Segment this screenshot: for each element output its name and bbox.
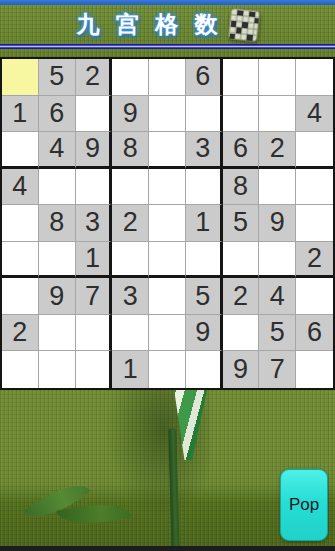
sudoku-cell-r7c5[interactable]: [149, 278, 186, 315]
sudoku-cell-r4c1[interactable]: 4: [2, 169, 39, 206]
sudoku-cell-r2c2[interactable]: 6: [39, 96, 76, 133]
title-bar: 九 宫 格 数: [0, 0, 335, 57]
sudoku-cell-r5c1[interactable]: [2, 205, 39, 242]
sudoku-cell-r1c2[interactable]: 5: [39, 59, 76, 96]
sudoku-cell-r9c1[interactable]: [2, 351, 39, 388]
sudoku-cell-r1c5[interactable]: [149, 59, 186, 96]
sudoku-cell-r4c3[interactable]: [76, 169, 113, 206]
sudoku-cell-r3c5[interactable]: [149, 132, 186, 169]
sudoku-cell-r2c9[interactable]: 4: [296, 96, 333, 133]
app-title: 九 宫 格 数: [76, 9, 222, 40]
sudoku-board: 526169449836248832159129735242956197: [0, 57, 335, 390]
sudoku-cell-r9c2[interactable]: [39, 351, 76, 388]
sudoku-cell-r6c3[interactable]: 1: [76, 242, 113, 279]
sudoku-cell-r9c5[interactable]: [149, 351, 186, 388]
sudoku-cell-r3c4[interactable]: 8: [112, 132, 149, 169]
sudoku-cell-r3c3[interactable]: 9: [76, 132, 113, 169]
sudoku-cell-r5c7[interactable]: 5: [223, 205, 260, 242]
sudoku-cell-r7c8[interactable]: 4: [259, 278, 296, 315]
sudoku-cell-r9c6[interactable]: [186, 351, 223, 388]
sudoku-cell-r6c8[interactable]: [259, 242, 296, 279]
sudoku-cell-r6c5[interactable]: [149, 242, 186, 279]
sudoku-cell-r8c7[interactable]: [223, 315, 260, 352]
sudoku-cell-r1c6[interactable]: 6: [186, 59, 223, 96]
sudoku-app-icon: [227, 7, 260, 42]
sudoku-cell-r3c8[interactable]: 2: [259, 132, 296, 169]
sudoku-cell-r7c2[interactable]: 9: [39, 278, 76, 315]
sudoku-cell-r2c8[interactable]: [259, 96, 296, 133]
sudoku-cell-r8c5[interactable]: [149, 315, 186, 352]
sudoku-cell-r9c4[interactable]: 1: [112, 351, 149, 388]
sudoku-cell-r8c2[interactable]: [39, 315, 76, 352]
sudoku-cell-r3c1[interactable]: [2, 132, 39, 169]
sudoku-cell-r7c9[interactable]: [296, 278, 333, 315]
sudoku-cell-r2c3[interactable]: [76, 96, 113, 133]
sudoku-cell-r8c9[interactable]: 6: [296, 315, 333, 352]
sudoku-cell-r8c8[interactable]: 5: [259, 315, 296, 352]
sudoku-cell-r1c8[interactable]: [259, 59, 296, 96]
sudoku-cell-r8c3[interactable]: [76, 315, 113, 352]
sudoku-cell-r2c6[interactable]: [186, 96, 223, 133]
sudoku-cell-r8c4[interactable]: [112, 315, 149, 352]
sudoku-cell-r8c1[interactable]: 2: [2, 315, 39, 352]
sudoku-cell-r7c6[interactable]: 5: [186, 278, 223, 315]
sudoku-cell-r5c6[interactable]: 1: [186, 205, 223, 242]
sudoku-cell-r1c9[interactable]: [296, 59, 333, 96]
sudoku-cell-r4c6[interactable]: [186, 169, 223, 206]
sudoku-cell-r6c2[interactable]: [39, 242, 76, 279]
sudoku-cell-r4c9[interactable]: [296, 169, 333, 206]
sudoku-cell-r6c7[interactable]: [223, 242, 260, 279]
sudoku-cell-r5c8[interactable]: 9: [259, 205, 296, 242]
sudoku-cell-r3c6[interactable]: 3: [186, 132, 223, 169]
sudoku-cell-r5c5[interactable]: [149, 205, 186, 242]
header-bottom-strip: [0, 49, 335, 57]
sudoku-cell-r4c5[interactable]: [149, 169, 186, 206]
sudoku-cell-r7c1[interactable]: [2, 278, 39, 315]
sudoku-cell-r3c9[interactable]: [296, 132, 333, 169]
sudoku-cell-r5c3[interactable]: 3: [76, 205, 113, 242]
sudoku-cell-r7c7[interactable]: 2: [223, 278, 260, 315]
sudoku-cell-r4c2[interactable]: [39, 169, 76, 206]
sudoku-cell-r9c9[interactable]: [296, 351, 333, 388]
sudoku-cell-r1c1[interactable]: [2, 59, 39, 96]
sudoku-cell-r4c7[interactable]: 8: [223, 169, 260, 206]
sudoku-cell-r1c3[interactable]: 2: [76, 59, 113, 96]
background-scene: Pop: [0, 390, 335, 551]
sudoku-cell-r4c4[interactable]: [112, 169, 149, 206]
sudoku-cell-r4c8[interactable]: [259, 169, 296, 206]
sudoku-cell-r6c9[interactable]: 2: [296, 242, 333, 279]
sudoku-cell-r9c8[interactable]: 7: [259, 351, 296, 388]
bottom-edge: [0, 546, 335, 551]
sudoku-cell-r2c4[interactable]: 9: [112, 96, 149, 133]
title-row: 九 宫 格 数: [0, 5, 335, 44]
sudoku-cell-r7c3[interactable]: 7: [76, 278, 113, 315]
sudoku-cell-r3c7[interactable]: 6: [223, 132, 260, 169]
sudoku-cell-r1c7[interactable]: [223, 59, 260, 96]
sudoku-cell-r5c4[interactable]: 2: [112, 205, 149, 242]
sudoku-cell-r6c1[interactable]: [2, 242, 39, 279]
sudoku-cell-r7c4[interactable]: 3: [112, 278, 149, 315]
sudoku-cell-r8c6[interactable]: 9: [186, 315, 223, 352]
sudoku-cell-r5c2[interactable]: 8: [39, 205, 76, 242]
sudoku-cell-r9c3[interactable]: [76, 351, 113, 388]
sudoku-cell-r6c6[interactable]: [186, 242, 223, 279]
sudoku-cell-r9c7[interactable]: 9: [223, 351, 260, 388]
pop-button[interactable]: Pop: [280, 469, 328, 541]
sudoku-cell-r1c4[interactable]: [112, 59, 149, 96]
sudoku-cell-r6c4[interactable]: [112, 242, 149, 279]
sudoku-cell-r3c2[interactable]: 4: [39, 132, 76, 169]
sudoku-cell-r2c1[interactable]: 1: [2, 96, 39, 133]
sudoku-app: 九 宫 格 数 526169449836248832159129: [0, 0, 335, 551]
sudoku-cell-r2c5[interactable]: [149, 96, 186, 133]
sudoku-cell-r5c9[interactable]: [296, 205, 333, 242]
sudoku-cell-r2c7[interactable]: [223, 96, 260, 133]
